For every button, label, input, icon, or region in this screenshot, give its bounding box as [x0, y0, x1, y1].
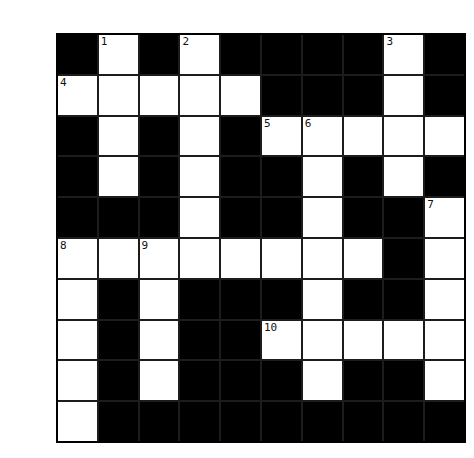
white-cell-r5c4[interactable] [221, 239, 260, 278]
black-cell-r1c6 [303, 76, 342, 115]
black-cell-r1c5 [262, 76, 301, 115]
white-cell-r6c2[interactable] [140, 280, 179, 319]
white-cell-r3c1[interactable] [99, 157, 138, 196]
white-cell-r8c9[interactable] [425, 361, 464, 400]
black-cell-r0c7 [344, 35, 383, 74]
black-cell-r0c4 [221, 35, 260, 74]
white-cell-r8c2[interactable] [140, 361, 179, 400]
black-cell-r9c3 [180, 402, 219, 441]
black-cell-r3c7 [344, 157, 383, 196]
black-cell-r8c7 [344, 361, 383, 400]
black-cell-r9c4 [221, 402, 260, 441]
white-cell-r7c6[interactable] [303, 321, 342, 360]
black-cell-r4c7 [344, 198, 383, 237]
white-cell-r1c8[interactable] [384, 76, 423, 115]
black-cell-r8c5 [262, 361, 301, 400]
black-cell-r9c9 [425, 402, 464, 441]
white-cell-r7c9[interactable] [425, 321, 464, 360]
clue-number-2: 2 [182, 35, 189, 48]
white-cell-r2c1[interactable] [99, 117, 138, 156]
white-cell-r1c2[interactable] [140, 76, 179, 115]
black-cell-r9c6 [303, 402, 342, 441]
black-cell-r4c8 [384, 198, 423, 237]
white-cell-r3c3[interactable] [180, 157, 219, 196]
black-cell-r4c2 [140, 198, 179, 237]
clue-number-4: 4 [60, 76, 67, 89]
black-cell-r1c9 [425, 76, 464, 115]
clue-number-8: 8 [60, 239, 67, 252]
white-cell-r5c5[interactable] [262, 239, 301, 278]
black-cell-r5c8 [384, 239, 423, 278]
white-cell-r2c8[interactable] [384, 117, 423, 156]
black-cell-r8c4 [221, 361, 260, 400]
white-cell-r5c6[interactable] [303, 239, 342, 278]
black-cell-r8c8 [384, 361, 423, 400]
white-cell-r1c3[interactable] [180, 76, 219, 115]
white-cell-r7c5[interactable]: 10 [262, 321, 301, 360]
white-cell-r0c3[interactable]: 2 [180, 35, 219, 74]
black-cell-r2c0 [58, 117, 97, 156]
black-cell-r9c7 [344, 402, 383, 441]
black-cell-r0c2 [140, 35, 179, 74]
black-cell-r6c7 [344, 280, 383, 319]
white-cell-r6c6[interactable] [303, 280, 342, 319]
black-cell-r8c1 [99, 361, 138, 400]
black-cell-r7c1 [99, 321, 138, 360]
white-cell-r5c1[interactable] [99, 239, 138, 278]
black-cell-r0c9 [425, 35, 464, 74]
black-cell-r6c1 [99, 280, 138, 319]
white-cell-r2c7[interactable] [344, 117, 383, 156]
black-cell-r4c0 [58, 198, 97, 237]
black-cell-r4c4 [221, 198, 260, 237]
white-cell-r3c6[interactable] [303, 157, 342, 196]
white-cell-r8c6[interactable] [303, 361, 342, 400]
clue-number-5: 5 [264, 117, 271, 130]
white-cell-r2c3[interactable] [180, 117, 219, 156]
black-cell-r7c4 [221, 321, 260, 360]
white-cell-r9c0[interactable] [58, 402, 97, 441]
black-cell-r0c6 [303, 35, 342, 74]
white-cell-r5c3[interactable] [180, 239, 219, 278]
white-cell-r1c1[interactable] [99, 76, 138, 115]
black-cell-r6c5 [262, 280, 301, 319]
white-cell-r5c0[interactable]: 8 [58, 239, 97, 278]
black-cell-r6c3 [180, 280, 219, 319]
white-cell-r6c9[interactable] [425, 280, 464, 319]
white-cell-r4c6[interactable] [303, 198, 342, 237]
black-cell-r3c5 [262, 157, 301, 196]
black-cell-r9c2 [140, 402, 179, 441]
white-cell-r0c8[interactable]: 3 [384, 35, 423, 74]
black-cell-r3c9 [425, 157, 464, 196]
clue-number-9: 9 [142, 239, 149, 252]
white-cell-r7c0[interactable] [58, 321, 97, 360]
white-cell-r5c9[interactable] [425, 239, 464, 278]
black-cell-r7c3 [180, 321, 219, 360]
clue-number-7: 7 [427, 198, 434, 211]
black-cell-r3c4 [221, 157, 260, 196]
black-cell-r2c2 [140, 117, 179, 156]
white-cell-r7c2[interactable] [140, 321, 179, 360]
white-cell-r0c1[interactable]: 1 [99, 35, 138, 74]
white-cell-r2c6[interactable]: 6 [303, 117, 342, 156]
black-cell-r9c8 [384, 402, 423, 441]
white-cell-r2c5[interactable]: 5 [262, 117, 301, 156]
white-cell-r7c8[interactable] [384, 321, 423, 360]
black-cell-r4c1 [99, 198, 138, 237]
black-cell-r6c4 [221, 280, 260, 319]
white-cell-r7c7[interactable] [344, 321, 383, 360]
black-cell-r4c5 [262, 198, 301, 237]
black-cell-r3c0 [58, 157, 97, 196]
black-cell-r0c0 [58, 35, 97, 74]
black-cell-r8c3 [180, 361, 219, 400]
black-cell-r6c8 [384, 280, 423, 319]
clue-number-3: 3 [386, 35, 393, 48]
crossword-page: 12345678910 [0, 0, 474, 458]
black-cell-r0c5 [262, 35, 301, 74]
white-cell-r8c0[interactable] [58, 361, 97, 400]
white-cell-r2c9[interactable] [425, 117, 464, 156]
black-cell-r1c7 [344, 76, 383, 115]
black-cell-r2c4 [221, 117, 260, 156]
clue-number-10: 10 [264, 321, 277, 334]
black-cell-r9c5 [262, 402, 301, 441]
white-cell-r4c9[interactable]: 7 [425, 198, 464, 237]
white-cell-r1c4[interactable] [221, 76, 260, 115]
black-cell-r9c1 [99, 402, 138, 441]
clue-number-6: 6 [305, 117, 312, 130]
white-cell-r5c7[interactable] [344, 239, 383, 278]
white-cell-r3c8[interactable] [384, 157, 423, 196]
white-cell-r1c0[interactable]: 4 [58, 76, 97, 115]
crossword-grid: 12345678910 [56, 33, 466, 443]
clue-number-1: 1 [101, 35, 108, 48]
white-cell-r4c3[interactable] [180, 198, 219, 237]
black-cell-r3c2 [140, 157, 179, 196]
white-cell-r5c2[interactable]: 9 [140, 239, 179, 278]
white-cell-r6c0[interactable] [58, 280, 97, 319]
